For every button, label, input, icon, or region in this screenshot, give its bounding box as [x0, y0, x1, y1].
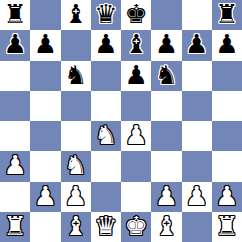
chess-board: ♜♝♛♚♜♟♟♟♝♟♟♟♞♟♞♞♟♟♞♟♟♟♟♟♜♝♛♚♝♜: [0, 0, 242, 242]
piece-white-knight[interactable]: ♞: [94, 122, 117, 148]
square-a6[interactable]: [0, 61, 30, 91]
square-a7[interactable]: ♟: [0, 30, 30, 60]
square-b4[interactable]: [30, 121, 60, 151]
square-e4[interactable]: ♟: [121, 121, 151, 151]
square-g2[interactable]: ♟: [182, 182, 212, 212]
piece-white-pawn[interactable]: ♟: [64, 183, 87, 209]
piece-white-rook[interactable]: ♜: [3, 213, 26, 239]
square-b6[interactable]: [30, 61, 60, 91]
square-f4[interactable]: [151, 121, 181, 151]
piece-black-pawn[interactable]: ♟: [124, 62, 147, 88]
square-h7[interactable]: ♟: [212, 30, 242, 60]
square-c5[interactable]: [61, 91, 91, 121]
square-c1[interactable]: ♝: [61, 212, 91, 242]
piece-black-pawn[interactable]: ♟: [155, 31, 178, 57]
piece-white-pawn[interactable]: ♟: [34, 183, 57, 209]
piece-black-pawn[interactable]: ♟: [3, 31, 26, 57]
square-h1[interactable]: ♜: [212, 212, 242, 242]
square-d8[interactable]: ♛: [91, 0, 121, 30]
piece-black-rook[interactable]: ♜: [3, 1, 26, 27]
square-f7[interactable]: ♟: [151, 30, 181, 60]
square-e8[interactable]: ♚: [121, 0, 151, 30]
piece-black-knight[interactable]: ♞: [155, 62, 178, 88]
piece-white-rook[interactable]: ♜: [215, 213, 238, 239]
piece-black-rook[interactable]: ♜: [215, 1, 238, 27]
square-d7[interactable]: ♟: [91, 30, 121, 60]
piece-white-pawn[interactable]: ♟: [155, 183, 178, 209]
piece-black-bishop[interactable]: ♝: [64, 1, 87, 27]
square-h5[interactable]: [212, 91, 242, 121]
square-e3[interactable]: [121, 151, 151, 181]
piece-white-queen[interactable]: ♛: [94, 213, 117, 239]
square-f8[interactable]: [151, 0, 181, 30]
square-g1[interactable]: [182, 212, 212, 242]
square-b1[interactable]: [30, 212, 60, 242]
square-a4[interactable]: [0, 121, 30, 151]
square-a2[interactable]: [0, 182, 30, 212]
square-f3[interactable]: [151, 151, 181, 181]
square-b7[interactable]: ♟: [30, 30, 60, 60]
square-g4[interactable]: [182, 121, 212, 151]
square-b2[interactable]: ♟: [30, 182, 60, 212]
square-f5[interactable]: [151, 91, 181, 121]
square-g3[interactable]: [182, 151, 212, 181]
square-c2[interactable]: ♟: [61, 182, 91, 212]
piece-black-bishop[interactable]: ♝: [124, 31, 147, 57]
square-a3[interactable]: ♟: [0, 151, 30, 181]
piece-black-queen[interactable]: ♛: [94, 1, 117, 27]
square-h6[interactable]: [212, 61, 242, 91]
square-g5[interactable]: [182, 91, 212, 121]
square-d2[interactable]: [91, 182, 121, 212]
square-c3[interactable]: ♞: [61, 151, 91, 181]
piece-white-king[interactable]: ♚: [124, 213, 147, 239]
piece-white-knight[interactable]: ♞: [64, 152, 87, 178]
square-c6[interactable]: ♞: [61, 61, 91, 91]
square-c7[interactable]: [61, 30, 91, 60]
piece-white-pawn[interactable]: ♟: [215, 183, 238, 209]
square-d1[interactable]: ♛: [91, 212, 121, 242]
square-c8[interactable]: ♝: [61, 0, 91, 30]
piece-black-pawn[interactable]: ♟: [34, 31, 57, 57]
piece-black-knight[interactable]: ♞: [64, 62, 87, 88]
piece-white-pawn[interactable]: ♟: [3, 152, 26, 178]
piece-white-pawn[interactable]: ♟: [185, 183, 208, 209]
square-e1[interactable]: ♚: [121, 212, 151, 242]
piece-black-pawn[interactable]: ♟: [185, 31, 208, 57]
square-d6[interactable]: [91, 61, 121, 91]
square-h4[interactable]: [212, 121, 242, 151]
square-h8[interactable]: ♜: [212, 0, 242, 30]
piece-black-pawn[interactable]: ♟: [215, 31, 238, 57]
square-f2[interactable]: ♟: [151, 182, 181, 212]
piece-white-pawn[interactable]: ♟: [124, 122, 147, 148]
square-e5[interactable]: [121, 91, 151, 121]
square-d5[interactable]: [91, 91, 121, 121]
square-b5[interactable]: [30, 91, 60, 121]
piece-white-bishop[interactable]: ♝: [155, 213, 178, 239]
piece-black-pawn[interactable]: ♟: [94, 31, 117, 57]
square-e7[interactable]: ♝: [121, 30, 151, 60]
square-g6[interactable]: [182, 61, 212, 91]
square-g8[interactable]: [182, 0, 212, 30]
square-h3[interactable]: [212, 151, 242, 181]
square-f1[interactable]: ♝: [151, 212, 181, 242]
square-b3[interactable]: [30, 151, 60, 181]
square-a1[interactable]: ♜: [0, 212, 30, 242]
square-c4[interactable]: [61, 121, 91, 151]
square-d4[interactable]: ♞: [91, 121, 121, 151]
piece-white-bishop[interactable]: ♝: [64, 213, 87, 239]
piece-black-king[interactable]: ♚: [124, 1, 147, 27]
square-e2[interactable]: [121, 182, 151, 212]
square-g7[interactable]: ♟: [182, 30, 212, 60]
square-h2[interactable]: ♟: [212, 182, 242, 212]
square-f6[interactable]: ♞: [151, 61, 181, 91]
square-a5[interactable]: [0, 91, 30, 121]
square-d3[interactable]: [91, 151, 121, 181]
square-b8[interactable]: [30, 0, 60, 30]
square-a8[interactable]: ♜: [0, 0, 30, 30]
square-e6[interactable]: ♟: [121, 61, 151, 91]
